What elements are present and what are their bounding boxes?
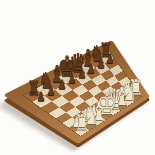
chess-set-scene: ♜♞♝♛♚♝♞♜♟♟♟♟♟♟♟♟♟♟♟♟♟♟♟♟♜♞♝♛♚♝♞♜ [0, 0, 155, 155]
chess-board [3, 40, 150, 144]
